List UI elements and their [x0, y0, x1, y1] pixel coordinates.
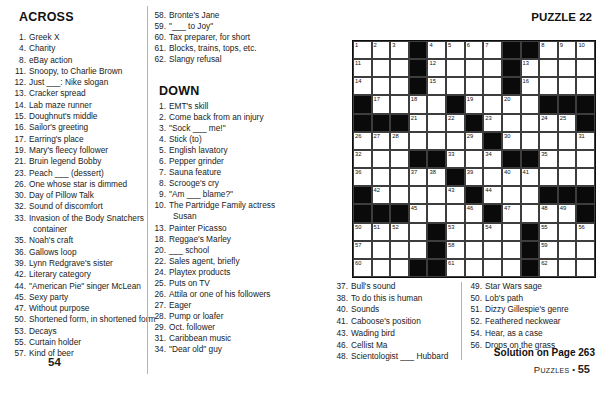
cell-r2c11[interactable]: [539, 59, 558, 77]
black-cell-r7c5: [427, 150, 446, 168]
clue-4: 4.Charity: [10, 43, 148, 54]
cell-r6c6[interactable]: [446, 132, 465, 150]
cell-r9c3[interactable]: [390, 186, 409, 204]
crossword-grid: 1234567891011121314151617181920212223242…: [352, 40, 596, 278]
black-cell-r9c12: [558, 186, 577, 204]
cell-r12c2[interactable]: [372, 241, 391, 259]
cell-r12c4[interactable]: [409, 241, 428, 259]
clue-49: 49.Star Wars sage: [466, 281, 596, 293]
cell-r8c4[interactable]: 37: [409, 168, 428, 186]
cell-r5c12[interactable]: 25: [558, 114, 577, 132]
black-cell-r7c10: [521, 150, 540, 168]
cell-r5c5[interactable]: [427, 114, 446, 132]
clue-22: 22.Sales agent, briefly: [150, 256, 300, 267]
cell-r7c12[interactable]: [558, 150, 577, 168]
cell-r6c3[interactable]: 28: [390, 132, 409, 150]
cell-r2c10[interactable]: 13: [521, 59, 540, 77]
cell-r10c6[interactable]: [446, 204, 465, 222]
cell-number-60: 60: [355, 260, 361, 267]
clue-32: 32.Sound of discomfort: [10, 201, 148, 212]
cell-r6c4[interactable]: [409, 132, 428, 150]
cell-r6c2[interactable]: 27: [372, 132, 391, 150]
black-cell-r12c5: [427, 241, 446, 259]
footer-book-label: Puzzles: [534, 364, 570, 375]
clue-5: 5.English lavatory: [150, 145, 300, 156]
black-cell-r9c7: [465, 186, 484, 204]
cell-number-31: 31: [578, 133, 584, 140]
black-cell-r4c6: [446, 95, 465, 113]
black-cell-r5c7: [465, 114, 484, 132]
down-clue-list: 1.EMT's skill2.Come back from an injury3…: [150, 101, 300, 355]
clue-6: 6.Pepper grinder: [150, 156, 300, 167]
cell-r12c3[interactable]: [390, 241, 409, 259]
clue-16: 16.Sailor's greeting: [10, 122, 148, 133]
clue-51: 51.Dizzy Gillespie's genre: [466, 304, 596, 316]
cell-r3c7[interactable]: [465, 77, 484, 95]
cell-r9c6[interactable]: 43: [446, 186, 465, 204]
cell-r4c8[interactable]: [483, 95, 502, 113]
cell-r3c1[interactable]: 14: [353, 77, 372, 95]
cell-r13c9[interactable]: [502, 259, 521, 277]
clue-10-wrap: Susan: [150, 211, 300, 222]
clue-14: 14.Lab maze runner: [10, 100, 148, 111]
black-cell-r10c8: [483, 204, 502, 222]
cell-r11c4[interactable]: [409, 223, 428, 241]
black-cell-r9c1: [353, 186, 372, 204]
cell-r11c6[interactable]: 53: [446, 223, 465, 241]
clue-46: 46.Cellist Ma: [332, 340, 460, 352]
cell-r5c4[interactable]: 21: [409, 114, 428, 132]
cell-r4c4[interactable]: 18: [409, 95, 428, 113]
cell-number-2: 2: [374, 42, 377, 49]
cell-r12c6[interactable]: 58: [446, 241, 465, 259]
black-cell-r3c4: [409, 77, 428, 95]
cell-number-50: 50: [355, 224, 361, 231]
clue-30: 30.Day of Pillow Talk: [10, 190, 148, 201]
cell-r2c13[interactable]: [576, 59, 595, 77]
clue-44: 44."American Pie" singer McLean: [10, 281, 148, 292]
cell-number-43: 43: [448, 187, 454, 194]
cell-r1c8[interactable]: 7: [483, 41, 502, 59]
cell-r2c3[interactable]: [390, 59, 409, 77]
clue-40: 40.Sounds: [332, 304, 460, 316]
cell-r6c13[interactable]: 31: [576, 132, 595, 150]
black-cell-r1c9: [502, 41, 521, 59]
cell-number-9: 9: [560, 42, 563, 49]
clue-39: 39.Lynn Redgrave's sister: [10, 258, 148, 269]
cell-number-41: 41: [523, 169, 529, 176]
down-heading: DOWN: [159, 84, 199, 98]
cell-r1c2[interactable]: 2: [372, 41, 391, 59]
cell-number-23: 23: [485, 115, 491, 122]
clue-10: 10.The Partridge Family actress: [150, 200, 300, 211]
cell-r10c10[interactable]: [521, 204, 540, 222]
clue-25: 25.Puts on TV: [150, 278, 300, 289]
down-clues-column: 1.EMT's skill2.Come back from an injury3…: [150, 101, 300, 355]
cell-r11c13[interactable]: 56: [576, 223, 595, 241]
cell-r1c11[interactable]: 8: [539, 41, 558, 59]
clue-48: 48.Scientologist ___ Hubbard: [332, 351, 460, 363]
cell-r6c9[interactable]: 30: [502, 132, 521, 150]
cell-number-19: 19: [467, 96, 473, 103]
clue-43: 43.Wading bird: [332, 328, 460, 340]
black-cell-r10c3: [390, 204, 409, 222]
cell-number-51: 51: [374, 224, 380, 231]
cell-number-18: 18: [411, 96, 417, 103]
cell-r13c3[interactable]: [390, 259, 409, 277]
clue-62: 62.Slangy refusal: [150, 54, 300, 65]
cell-r13c12[interactable]: [558, 259, 577, 277]
clue-9: 9."Am ___ blame?": [150, 189, 300, 200]
cell-number-1: 1: [355, 42, 358, 49]
cell-r9c2[interactable]: 42: [372, 186, 391, 204]
cell-r7c6[interactable]: 33: [446, 150, 465, 168]
cell-r11c1[interactable]: 50: [353, 223, 372, 241]
clue-60: 60.Tax preparer, for short: [150, 32, 300, 43]
cell-r9c5[interactable]: [427, 186, 446, 204]
black-cell-r1c10: [521, 41, 540, 59]
clue-21: 21.Bruin legend Bobby: [10, 156, 148, 167]
cell-number-29: 29: [467, 133, 473, 140]
clue-12: 12.Just ___: Nike slogan: [10, 77, 148, 88]
cell-r4c7[interactable]: 19: [465, 95, 484, 113]
cell-r1c6[interactable]: 5: [446, 41, 465, 59]
cell-r11c7[interactable]: [465, 223, 484, 241]
footer-page-num: 55: [578, 363, 590, 375]
cell-r3c2[interactable]: [372, 77, 391, 95]
cell-number-15: 15: [429, 78, 435, 85]
cell-number-48: 48: [541, 205, 547, 212]
cell-r8c12[interactable]: [558, 168, 577, 186]
cell-r12c11[interactable]: 59: [539, 241, 558, 259]
cell-number-45: 45: [411, 205, 417, 212]
clue-54: 54.Hear, as a case: [466, 328, 596, 340]
cell-number-16: 16: [523, 78, 529, 85]
black-cell-r3c9: [502, 77, 521, 95]
cell-r6c12[interactable]: [558, 132, 577, 150]
cell-r2c7[interactable]: [465, 59, 484, 77]
cell-number-7: 7: [485, 42, 488, 49]
black-cell-r2c9: [502, 59, 521, 77]
clue-33: 33.Invasion of the Body Snatchers: [10, 213, 148, 224]
cell-r11c9[interactable]: [502, 223, 521, 241]
cell-r13c1[interactable]: 60: [353, 259, 372, 277]
clue-17: 17.Earring's place: [10, 134, 148, 145]
cell-r1c7[interactable]: 6: [465, 41, 484, 59]
cell-r12c8[interactable]: [483, 241, 502, 259]
cell-r12c7[interactable]: [465, 241, 484, 259]
cell-number-32: 32: [355, 151, 361, 158]
cell-number-3: 3: [392, 42, 395, 49]
clue-27: 27.Eager: [150, 300, 300, 311]
black-cell-r5c1: [353, 114, 372, 132]
cell-number-14: 14: [355, 78, 361, 85]
cell-r7c8[interactable]: 34: [483, 150, 502, 168]
clue-24: 24.Playtex products: [150, 267, 300, 278]
cell-r3c8[interactable]: [483, 77, 502, 95]
cell-number-59: 59: [541, 242, 547, 249]
clue-2: 2.Come back from an injury: [150, 112, 300, 123]
black-cell-r4c1: [353, 95, 372, 113]
clue-31: 31.Caribbean music: [150, 333, 300, 344]
cell-number-12: 12: [429, 60, 435, 67]
cell-number-38: 38: [429, 169, 435, 176]
clue-53: 53.Decays: [10, 326, 148, 337]
cell-number-42: 42: [374, 187, 380, 194]
cell-r4c9[interactable]: 20: [502, 95, 521, 113]
cell-r5c9[interactable]: [502, 114, 521, 132]
clue-13: 13.Painter Picasso: [150, 223, 300, 234]
cell-number-37: 37: [411, 169, 417, 176]
cell-r3c3[interactable]: [390, 77, 409, 95]
clue-33-wrap: container: [10, 224, 148, 235]
cell-r13c13[interactable]: [576, 259, 595, 277]
black-cell-r13c10: [521, 259, 540, 277]
cell-r7c7[interactable]: [465, 150, 484, 168]
across-clues-column: ACROSS 1.Greek X4.Charity8.eBay action11…: [10, 8, 148, 360]
cell-number-26: 26: [355, 133, 361, 140]
black-cell-r4c12: [558, 95, 577, 113]
cell-r9c9[interactable]: [502, 186, 521, 204]
across-continued-list: 58.Bronte's Jane59."___ to Joy"60.Tax pr…: [150, 10, 300, 65]
cell-r7c1[interactable]: 32: [353, 150, 372, 168]
cell-r7c2[interactable]: [372, 150, 391, 168]
cell-r1c5[interactable]: 4: [427, 41, 446, 59]
cell-r3c6[interactable]: [446, 77, 465, 95]
black-cell-r2c4: [409, 59, 428, 77]
cell-r6c1[interactable]: 26: [353, 132, 372, 150]
cell-number-33: 33: [448, 151, 454, 158]
cell-r5c8[interactable]: 23: [483, 114, 502, 132]
clue-42: 42.Literary category: [10, 269, 148, 280]
cell-r3c13[interactable]: [576, 77, 595, 95]
clue-52: 52.Feathered neckwear: [466, 316, 596, 328]
cell-r12c13[interactable]: [576, 241, 595, 259]
cell-r5c10[interactable]: [521, 114, 540, 132]
clue-50: 50.Lob's path: [466, 293, 596, 305]
black-cell-r7c9: [502, 150, 521, 168]
clue-19: 19.Mary's fleecy follower: [10, 145, 148, 156]
cell-r2c12[interactable]: [558, 59, 577, 77]
clue-4: 4.Stick (to): [150, 134, 300, 145]
cell-number-4: 4: [429, 42, 432, 49]
across-clue-list: 1.Greek X4.Charity8.eBay action11.Snoopy…: [10, 32, 148, 360]
cell-r4c3[interactable]: [390, 95, 409, 113]
cell-number-17: 17: [374, 96, 380, 103]
black-cell-r11c10: [521, 223, 540, 241]
cell-r8c10[interactable]: 41: [521, 168, 540, 186]
cell-r6c10[interactable]: [521, 132, 540, 150]
cell-r8c3[interactable]: [390, 168, 409, 186]
cell-number-5: 5: [448, 42, 451, 49]
page-number-right: Puzzles • 55: [534, 363, 590, 375]
black-cell-r10c2: [372, 204, 391, 222]
cell-number-46: 46: [467, 205, 473, 212]
cell-number-6: 6: [467, 42, 470, 49]
clue-36: 36.Gallows loop: [10, 247, 148, 258]
cell-r2c1[interactable]: 11: [353, 59, 372, 77]
black-cell-r1c4: [409, 41, 428, 59]
cell-r8c5[interactable]: 38: [427, 168, 446, 186]
clue-8: 8.Scrooge's cry: [150, 178, 300, 189]
black-cell-r4c11: [539, 95, 558, 113]
cell-r11c12[interactable]: [558, 223, 577, 241]
clue-47: 47.Without purpose: [10, 303, 148, 314]
cell-r2c2[interactable]: [372, 59, 391, 77]
black-cell-r11c5: [427, 223, 446, 241]
cell-r8c13[interactable]: [576, 168, 595, 186]
cell-r8c11[interactable]: [539, 168, 558, 186]
cell-number-61: 61: [448, 260, 454, 267]
cell-r10c12[interactable]: 49: [558, 204, 577, 222]
clue-26: 26.One whose star is dimmed: [10, 179, 148, 190]
cell-number-36: 36: [355, 169, 361, 176]
cell-r13c7[interactable]: [465, 259, 484, 277]
cell-number-13: 13: [523, 60, 529, 67]
cell-number-24: 24: [541, 115, 547, 122]
down-clue-list-3: 49.Star Wars sage50.Lob's path51.Dizzy G…: [466, 281, 596, 351]
cell-r13c8[interactable]: [483, 259, 502, 277]
cell-r4c10[interactable]: [521, 95, 540, 113]
down-clues-bottom-left: 37.Bull's sound38.To do this is human40.…: [332, 281, 460, 363]
cell-r7c3[interactable]: [390, 150, 409, 168]
cell-r10c5[interactable]: [427, 204, 446, 222]
cell-number-57: 57: [355, 242, 361, 249]
cell-r3c10[interactable]: 16: [521, 77, 540, 95]
cell-number-62: 62: [541, 260, 547, 267]
cell-number-25: 25: [560, 115, 566, 122]
across-continued-column: 58.Bronte's Jane59."___ to Joy"60.Tax pr…: [150, 10, 300, 65]
down-clues-bottom-right: 49.Star Wars sage50.Lob's path51.Dizzy G…: [466, 281, 596, 351]
clue-1: 1.EMT's skill: [150, 101, 300, 112]
clue-15: 15.Doughnut's middle: [10, 111, 148, 122]
cell-r12c9[interactable]: [502, 241, 521, 259]
cell-number-11: 11: [355, 60, 361, 67]
clue-18: 18.Reggae's Marley: [150, 234, 300, 245]
cell-r8c8[interactable]: [483, 168, 502, 186]
clue-3: 3."Sock ___ me!": [150, 123, 300, 134]
cell-r8c9[interactable]: 40: [502, 168, 521, 186]
clue-13: 13.Cracker spread: [10, 88, 148, 99]
clue-11: 11.Snoopy, to Charlie Brown: [10, 66, 148, 77]
cell-number-28: 28: [392, 133, 398, 140]
cell-r2c8[interactable]: [483, 59, 502, 77]
cell-r9c10[interactable]: [521, 186, 540, 204]
clue-50: 50.Shortened form, in shortened form: [10, 314, 148, 325]
clue-41: 41.Caboose's position: [332, 316, 460, 328]
cell-r13c2[interactable]: [372, 259, 391, 277]
cell-r6c7[interactable]: 29: [465, 132, 484, 150]
cell-r7c11[interactable]: 35: [539, 150, 558, 168]
cell-r9c4[interactable]: [409, 186, 428, 204]
clue-58: 58.Bronte's Jane: [150, 10, 300, 21]
puzzle-title: PUZZLE 22: [531, 11, 592, 23]
cell-r10c4[interactable]: 45: [409, 204, 428, 222]
cell-r12c12[interactable]: [558, 241, 577, 259]
cell-r11c11[interactable]: 55: [539, 223, 558, 241]
clue-57: 57.Kind of beer: [10, 348, 148, 359]
cell-number-52: 52: [392, 224, 398, 231]
cell-r1c13[interactable]: 10: [576, 41, 595, 59]
cell-r1c1[interactable]: 1: [353, 41, 372, 59]
cell-number-39: 39: [467, 169, 473, 176]
cell-r8c1[interactable]: 36: [353, 168, 372, 186]
black-cell-r10c13: [576, 204, 595, 222]
cell-r8c7[interactable]: 39: [465, 168, 484, 186]
cell-number-58: 58: [448, 242, 454, 249]
cell-number-20: 20: [504, 96, 510, 103]
clue-20: 20.___ school: [150, 245, 300, 256]
cell-number-27: 27: [374, 133, 380, 140]
cell-r5c6[interactable]: 22: [446, 114, 465, 132]
cell-r10c11[interactable]: 48: [539, 204, 558, 222]
clue-61: 61.Blocks, trains, tops, etc.: [150, 43, 300, 54]
column-divider-rule: [147, 6, 148, 374]
black-cell-r7c4: [409, 150, 428, 168]
black-cell-r9c13: [576, 186, 595, 204]
clue-34: 34."Dear old" guy: [150, 344, 300, 355]
across-heading: ACROSS: [19, 10, 148, 24]
cell-r5c11[interactable]: 24: [539, 114, 558, 132]
cell-r3c5[interactable]: 15: [427, 77, 446, 95]
cell-r10c9[interactable]: 47: [502, 204, 521, 222]
cell-r2c6[interactable]: [446, 59, 465, 77]
cell-r11c8[interactable]: 54: [483, 223, 502, 241]
cell-number-8: 8: [541, 42, 544, 49]
cell-number-40: 40: [504, 169, 510, 176]
cell-r6c11[interactable]: [539, 132, 558, 150]
black-cell-r8c6: [446, 168, 465, 186]
cell-r11c2[interactable]: 51: [372, 223, 391, 241]
cell-r4c2[interactable]: 17: [372, 95, 391, 113]
cell-r4c5[interactable]: [427, 95, 446, 113]
cell-number-21: 21: [411, 115, 417, 122]
cell-r8c2[interactable]: [372, 168, 391, 186]
cell-r11c3[interactable]: 52: [390, 223, 409, 241]
clue-55: 55.Curtain holder: [10, 337, 148, 348]
bottom-column-divider-rule: [461, 282, 462, 360]
cell-number-54: 54: [485, 224, 491, 231]
cell-r3c12[interactable]: [558, 77, 577, 95]
cell-r3c11[interactable]: [539, 77, 558, 95]
cell-number-22: 22: [448, 115, 454, 122]
black-cell-r4c13: [576, 95, 595, 113]
cell-r10c7[interactable]: 46: [465, 204, 484, 222]
black-cell-r6c8: [483, 132, 502, 150]
cell-r9c8[interactable]: 44: [483, 186, 502, 204]
cell-r7c13[interactable]: [576, 150, 595, 168]
cell-r1c12[interactable]: 9: [558, 41, 577, 59]
cell-r6c5[interactable]: [427, 132, 446, 150]
cell-number-56: 56: [578, 224, 584, 231]
cell-r12c1[interactable]: 57: [353, 241, 372, 259]
cell-r2c5[interactable]: 12: [427, 59, 446, 77]
clue-1: 1.Greek X: [10, 32, 148, 43]
clue-7: 7.Sauna feature: [150, 167, 300, 178]
black-cell-r13c5: [427, 259, 446, 277]
cell-r13c6[interactable]: 61: [446, 259, 465, 277]
clue-38: 38.To do this is human: [332, 293, 460, 305]
cell-r1c3[interactable]: 3: [390, 41, 409, 59]
cell-number-44: 44: [485, 187, 491, 194]
clue-8: 8.eBay action: [10, 55, 148, 66]
black-cell-r5c2: [372, 114, 391, 132]
cell-number-49: 49: [560, 205, 566, 212]
cell-number-55: 55: [541, 224, 547, 231]
black-cell-r10c1: [353, 204, 372, 222]
cell-r13c11[interactable]: 62: [539, 259, 558, 277]
clue-35: 35.Noah's craft: [10, 235, 148, 246]
